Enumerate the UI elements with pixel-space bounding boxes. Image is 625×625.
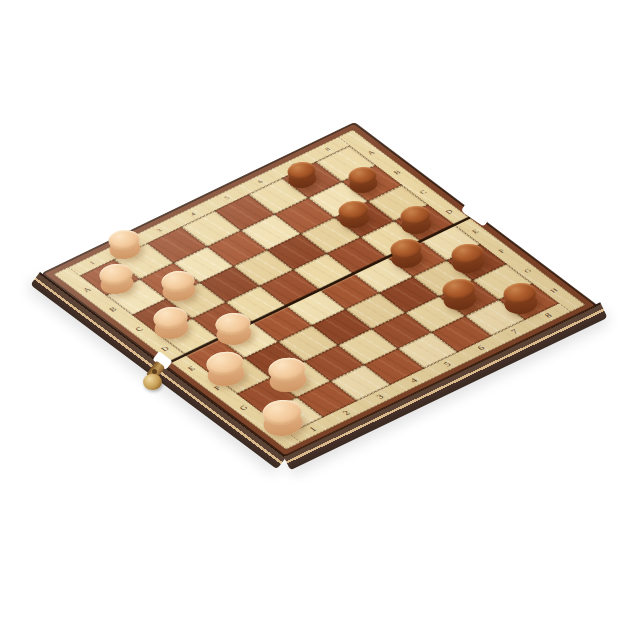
coord-label-number: 3 — [374, 393, 386, 401]
product-photo-stage: 12345678 12345678 ABCDEFGH ABCDEFGH — [0, 0, 625, 625]
coord-label-number: 7 — [290, 163, 298, 168]
coord-label-letter: C — [418, 189, 428, 196]
coord-label-letter: D — [159, 345, 171, 352]
coord-label-letter: D — [444, 208, 455, 215]
coord-label-number: 8 — [323, 146, 331, 151]
coord-label-letter: B — [391, 169, 401, 176]
coord-label-number: 2 — [340, 409, 352, 417]
coord-label-letter: C — [133, 325, 144, 332]
coord-label-letter: E — [470, 228, 480, 234]
coord-label-letter: B — [107, 306, 118, 313]
coord-label-number: 7 — [509, 328, 521, 336]
coord-label-number: 1 — [307, 425, 319, 433]
coord-label-number: 1 — [88, 260, 96, 265]
latch-knob-icon — [143, 374, 162, 390]
coord-label-number: 5 — [441, 360, 453, 368]
coord-label-number: 8 — [542, 311, 554, 319]
coord-label-letter: F — [496, 248, 505, 254]
coord-label-letter: H — [264, 424, 276, 431]
coord-label-number: 5 — [222, 195, 230, 200]
coord-label-letter: A — [81, 286, 93, 293]
coord-label-number: 4 — [189, 211, 197, 216]
coord-label-number: 2 — [122, 244, 130, 249]
coord-label-number: 6 — [475, 344, 487, 352]
coord-label-number: 6 — [256, 179, 264, 184]
coord-label-letter: F — [212, 385, 222, 392]
checkers-board: 12345678 12345678 ABCDEFGH ABCDEFGH — [42, 123, 597, 457]
coord-label-letter: H — [548, 287, 559, 294]
coord-label-letter: A — [365, 149, 376, 156]
coord-label-letter: G — [522, 267, 533, 274]
coord-label-letter: E — [186, 365, 197, 372]
coord-label-letter: G — [238, 404, 250, 411]
latch-pin-icon — [152, 369, 157, 374]
coord-label-number: 3 — [155, 228, 163, 233]
coord-label-number: 4 — [408, 376, 420, 384]
